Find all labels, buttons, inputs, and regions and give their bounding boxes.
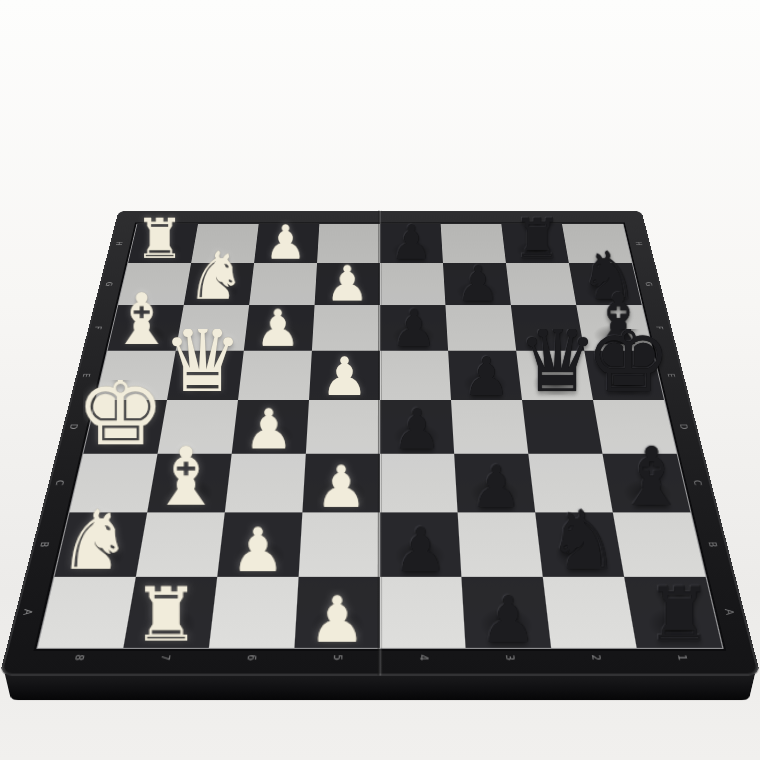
piece-black-rook-h8[interactable]: ♜ <box>637 562 723 648</box>
square-a4[interactable] <box>317 224 380 263</box>
coord-left-A: A <box>21 608 34 614</box>
coord-bottom-5: 5 <box>331 654 343 660</box>
square-b5[interactable] <box>380 263 445 305</box>
bishop-glyph: ♝ <box>150 436 223 517</box>
coord-right-F: F <box>654 326 664 329</box>
shadow-a5 <box>380 224 443 263</box>
shadow-b4 <box>315 263 380 305</box>
photo-scene: ♜♝♚♞♞♛♝♜♟♟♟♟♟♟♟♟♟♟♟♟♟♟♟♟♜♛♞♞♝♚♝♜ 8765432… <box>0 0 760 760</box>
coord-left-G: G <box>104 282 114 286</box>
piece-white-rook-h2[interactable]: ♜ <box>123 562 209 648</box>
pawn-glyph: ♟ <box>309 588 366 652</box>
shadow-a3 <box>254 224 319 263</box>
piece-black-pawn-e5[interactable]: ♟ <box>380 380 454 454</box>
piece-black-bishop-f8[interactable]: ♝ <box>613 435 691 513</box>
king-glyph: ♚ <box>585 310 671 406</box>
coord-right-G: G <box>644 282 654 286</box>
piece-black-queen-d7[interactable]: ♛ <box>522 329 593 400</box>
pawn-glyph: ♟ <box>244 402 294 457</box>
pawn-glyph: ♟ <box>231 520 285 581</box>
square-b7[interactable] <box>506 263 576 305</box>
coord-right-E: E <box>665 373 676 377</box>
pawn-glyph: ♟ <box>315 458 367 516</box>
coord-bottom-4: 4 <box>417 654 429 660</box>
coord-left-B: B <box>38 541 51 547</box>
pawn-glyph: ♟ <box>393 520 447 581</box>
coord-bottom-1: 1 <box>675 654 688 660</box>
piece-white-pawn-g3[interactable]: ♟ <box>217 495 298 576</box>
bishop-glyph: ♝ <box>615 436 688 517</box>
piece-white-bishop-f2[interactable]: ♝ <box>147 435 225 513</box>
coord-left-F: F <box>92 326 102 329</box>
square-a8[interactable] <box>562 224 632 263</box>
knight-glyph: ♞ <box>58 499 132 582</box>
piece-white-queen-d2[interactable]: ♛ <box>167 329 238 400</box>
piece-white-pawn-f4[interactable]: ♟ <box>302 435 380 513</box>
piece-white-pawn-h4[interactable]: ♟ <box>294 562 380 648</box>
coord-bottom-8: 8 <box>72 654 85 660</box>
knight-glyph: ♞ <box>546 499 620 582</box>
pawn-glyph: ♟ <box>470 458 522 516</box>
shadow-b6 <box>443 263 511 305</box>
piece-black-knight-g7[interactable]: ♞ <box>543 495 624 576</box>
piece-black-pawn-d6[interactable]: ♟ <box>451 329 522 400</box>
chess-board: ♜♝♚♞♞♛♝♜♟♟♟♟♟♟♟♟♟♟♟♟♟♟♟♟♜♛♞♞♝♚♝♜ 8765432… <box>0 211 760 676</box>
rook-glyph: ♜ <box>646 578 713 653</box>
coord-bottom-6: 6 <box>244 654 257 660</box>
board-case-side <box>5 674 755 701</box>
shadow-b8 <box>569 263 642 305</box>
square-a2[interactable] <box>191 224 259 263</box>
pawn-glyph: ♟ <box>321 350 369 403</box>
coord-right-B: B <box>706 541 719 547</box>
pawn-glyph: ♟ <box>463 350 511 403</box>
piece-black-pawn-f6[interactable]: ♟ <box>458 435 536 513</box>
coord-bottom-3: 3 <box>503 654 516 660</box>
square-a6[interactable] <box>441 224 506 263</box>
coord-bottom-2: 2 <box>589 654 602 660</box>
coord-right-H: H <box>634 241 644 245</box>
square-b3[interactable] <box>249 263 317 305</box>
shadow-c5 <box>380 305 448 350</box>
square-b1[interactable] <box>118 263 191 305</box>
coord-bottom-7: 7 <box>158 654 171 660</box>
rook-glyph: ♜ <box>133 578 200 653</box>
coord-left-H: H <box>114 241 124 245</box>
piece-black-king-d8[interactable]: ♚ <box>593 329 664 400</box>
piece-black-pawn-g5[interactable]: ♟ <box>380 495 461 576</box>
piece-white-pawn-d4[interactable]: ♟ <box>309 329 380 400</box>
pawn-glyph: ♟ <box>480 588 537 652</box>
piece-black-pawn-h6[interactable]: ♟ <box>466 562 552 648</box>
coord-right-A: A <box>722 608 735 614</box>
piece-white-pawn-e3[interactable]: ♟ <box>232 380 306 454</box>
shadow-b2 <box>184 263 254 305</box>
shadow-a1 <box>128 224 198 263</box>
pawn-glyph: ♟ <box>392 402 442 457</box>
coord-right-D: D <box>678 424 690 429</box>
coord-left-C: C <box>54 480 66 485</box>
shadow-c3 <box>244 305 315 350</box>
coord-right-C: C <box>691 480 703 485</box>
shadow-a7 <box>501 224 569 263</box>
